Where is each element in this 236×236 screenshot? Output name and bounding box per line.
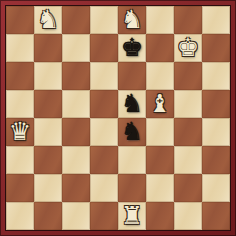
piece-white-king: ♚ bbox=[177, 34, 199, 62]
square-a1[interactable] bbox=[6, 202, 34, 230]
square-g4[interactable] bbox=[174, 118, 202, 146]
square-e8[interactable]: ♞ bbox=[118, 6, 146, 34]
square-c8[interactable] bbox=[62, 6, 90, 34]
square-a2[interactable] bbox=[6, 174, 34, 202]
square-a5[interactable] bbox=[6, 90, 34, 118]
square-g3[interactable] bbox=[174, 146, 202, 174]
square-d2[interactable] bbox=[90, 174, 118, 202]
square-b4[interactable] bbox=[34, 118, 62, 146]
square-e1[interactable]: ♜ bbox=[118, 202, 146, 230]
square-c7[interactable] bbox=[62, 34, 90, 62]
piece-white-knight: ♞ bbox=[121, 6, 143, 34]
square-b1[interactable] bbox=[34, 202, 62, 230]
square-h6[interactable] bbox=[202, 62, 230, 90]
square-b5[interactable] bbox=[34, 90, 62, 118]
square-f5[interactable]: ♝ bbox=[146, 90, 174, 118]
square-c6[interactable] bbox=[62, 62, 90, 90]
square-e4[interactable]: ♞ bbox=[118, 118, 146, 146]
piece-white-rook: ♜ bbox=[121, 202, 143, 230]
square-a7[interactable] bbox=[6, 34, 34, 62]
square-h3[interactable] bbox=[202, 146, 230, 174]
square-f8[interactable] bbox=[146, 6, 174, 34]
square-c1[interactable] bbox=[62, 202, 90, 230]
square-h4[interactable] bbox=[202, 118, 230, 146]
square-a3[interactable] bbox=[6, 146, 34, 174]
square-a4[interactable]: ♛ bbox=[6, 118, 34, 146]
square-d7[interactable] bbox=[90, 34, 118, 62]
square-c4[interactable] bbox=[62, 118, 90, 146]
square-e7[interactable]: ♚ bbox=[118, 34, 146, 62]
chess-board: ♞♞♚♚♞♝♛♞♜ bbox=[6, 6, 230, 230]
square-g5[interactable] bbox=[174, 90, 202, 118]
piece-black-knight: ♞ bbox=[121, 90, 143, 118]
square-g6[interactable] bbox=[174, 62, 202, 90]
square-f3[interactable] bbox=[146, 146, 174, 174]
square-d5[interactable] bbox=[90, 90, 118, 118]
square-h8[interactable] bbox=[202, 6, 230, 34]
square-h7[interactable] bbox=[202, 34, 230, 62]
board-frame: ♞♞♚♚♞♝♛♞♜ bbox=[0, 0, 236, 236]
square-d8[interactable] bbox=[90, 6, 118, 34]
square-g8[interactable] bbox=[174, 6, 202, 34]
piece-white-bishop: ♝ bbox=[149, 90, 171, 118]
square-h1[interactable] bbox=[202, 202, 230, 230]
square-b6[interactable] bbox=[34, 62, 62, 90]
piece-black-king: ♚ bbox=[121, 34, 143, 62]
square-f7[interactable] bbox=[146, 34, 174, 62]
piece-white-queen: ♛ bbox=[9, 118, 31, 146]
square-d1[interactable] bbox=[90, 202, 118, 230]
square-g1[interactable] bbox=[174, 202, 202, 230]
square-b7[interactable] bbox=[34, 34, 62, 62]
square-d3[interactable] bbox=[90, 146, 118, 174]
square-g7[interactable]: ♚ bbox=[174, 34, 202, 62]
square-a8[interactable] bbox=[6, 6, 34, 34]
square-f1[interactable] bbox=[146, 202, 174, 230]
piece-white-knight: ♞ bbox=[37, 6, 59, 34]
square-h5[interactable] bbox=[202, 90, 230, 118]
square-c2[interactable] bbox=[62, 174, 90, 202]
square-e3[interactable] bbox=[118, 146, 146, 174]
square-d6[interactable] bbox=[90, 62, 118, 90]
piece-black-knight: ♞ bbox=[121, 118, 143, 146]
square-b8[interactable]: ♞ bbox=[34, 6, 62, 34]
square-f2[interactable] bbox=[146, 174, 174, 202]
square-f6[interactable] bbox=[146, 62, 174, 90]
square-e6[interactable] bbox=[118, 62, 146, 90]
chess-diagram: ♞♞♚♚♞♝♛♞♜ bbox=[0, 0, 236, 236]
square-f4[interactable] bbox=[146, 118, 174, 146]
square-d4[interactable] bbox=[90, 118, 118, 146]
square-c3[interactable] bbox=[62, 146, 90, 174]
square-e5[interactable]: ♞ bbox=[118, 90, 146, 118]
square-b2[interactable] bbox=[34, 174, 62, 202]
square-b3[interactable] bbox=[34, 146, 62, 174]
square-g2[interactable] bbox=[174, 174, 202, 202]
square-c5[interactable] bbox=[62, 90, 90, 118]
square-h2[interactable] bbox=[202, 174, 230, 202]
square-a6[interactable] bbox=[6, 62, 34, 90]
square-e2[interactable] bbox=[118, 174, 146, 202]
